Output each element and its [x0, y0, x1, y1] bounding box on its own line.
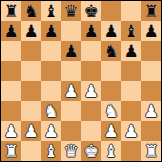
square-a7[interactable]: ♟	[1, 21, 21, 41]
black-pawn: ♟	[41, 21, 61, 41]
black-pawn: ♟	[121, 41, 141, 61]
square-c3[interactable]: ♞	[41, 101, 61, 121]
black-knight: ♞	[21, 1, 41, 21]
white-rook: ♜	[1, 141, 21, 161]
square-a2[interactable]: ♟	[1, 121, 21, 141]
square-a6[interactable]	[1, 41, 21, 61]
square-a5[interactable]	[1, 61, 21, 81]
square-g2[interactable]: ♟	[121, 121, 141, 141]
square-h1[interactable]: ♜	[141, 141, 161, 161]
black-pawn: ♟	[61, 41, 81, 61]
square-h7[interactable]: ♟	[141, 21, 161, 41]
square-f3[interactable]: ♞	[101, 101, 121, 121]
square-e3[interactable]	[81, 101, 101, 121]
square-e2[interactable]	[81, 121, 101, 141]
square-a4[interactable]	[1, 81, 21, 101]
black-rook: ♜	[141, 1, 161, 21]
square-h8[interactable]: ♜	[141, 1, 161, 21]
white-pawn: ♟	[141, 101, 161, 121]
black-pawn: ♟	[81, 21, 101, 41]
square-h4[interactable]	[141, 81, 161, 101]
black-king: ♚	[81, 1, 101, 21]
square-b3[interactable]	[21, 101, 41, 121]
square-c5[interactable]	[41, 61, 61, 81]
square-c7[interactable]: ♟	[41, 21, 61, 41]
square-c8[interactable]: ♝	[41, 1, 61, 21]
black-bishop: ♝	[41, 1, 61, 21]
square-d8[interactable]: ♛	[61, 1, 81, 21]
square-a8[interactable]: ♜	[1, 1, 21, 21]
square-d3[interactable]	[61, 101, 81, 121]
white-pawn: ♟	[1, 121, 21, 141]
square-b4[interactable]	[21, 81, 41, 101]
white-knight: ♞	[41, 101, 61, 121]
white-pawn: ♟	[41, 121, 61, 141]
chess-board-wrap: ♜♞♝♛♚♜♟♟♟♟♟♝♟♟♞♟♟♟♞♞♟♟♟♟♟♟♜♝♛♚♝♜	[0, 0, 162, 162]
square-e7[interactable]: ♟	[81, 21, 101, 41]
square-b6[interactable]	[21, 41, 41, 61]
black-rook: ♜	[1, 1, 21, 21]
black-knight: ♞	[101, 41, 121, 61]
white-knight: ♞	[101, 101, 121, 121]
square-g6[interactable]: ♟	[121, 41, 141, 61]
white-bishop: ♝	[101, 141, 121, 161]
square-f5[interactable]	[101, 61, 121, 81]
white-pawn: ♟	[21, 121, 41, 141]
square-d5[interactable]	[61, 61, 81, 81]
square-a1[interactable]: ♜	[1, 141, 21, 161]
black-pawn: ♟	[1, 21, 21, 41]
white-queen: ♛	[61, 141, 81, 161]
square-f7[interactable]: ♟	[101, 21, 121, 41]
square-h2[interactable]	[141, 121, 161, 141]
square-f6[interactable]: ♞	[101, 41, 121, 61]
square-h5[interactable]	[141, 61, 161, 81]
square-d2[interactable]	[61, 121, 81, 141]
square-b1[interactable]	[21, 141, 41, 161]
square-c4[interactable]	[41, 81, 61, 101]
black-queen: ♛	[61, 1, 81, 21]
white-pawn: ♟	[81, 81, 101, 101]
square-f2[interactable]: ♟	[101, 121, 121, 141]
black-bishop: ♝	[121, 21, 141, 41]
square-h3[interactable]: ♟	[141, 101, 161, 121]
square-d6[interactable]: ♟	[61, 41, 81, 61]
square-h6[interactable]	[141, 41, 161, 61]
black-pawn: ♟	[21, 21, 41, 41]
square-g7[interactable]: ♝	[121, 21, 141, 41]
square-d7[interactable]	[61, 21, 81, 41]
square-e6[interactable]	[81, 41, 101, 61]
square-c2[interactable]: ♟	[41, 121, 61, 141]
white-pawn: ♟	[121, 121, 141, 141]
square-g1[interactable]	[121, 141, 141, 161]
square-f4[interactable]	[101, 81, 121, 101]
square-g5[interactable]	[121, 61, 141, 81]
square-a3[interactable]	[1, 101, 21, 121]
white-pawn: ♟	[61, 81, 81, 101]
square-c6[interactable]	[41, 41, 61, 61]
square-g4[interactable]	[121, 81, 141, 101]
square-b8[interactable]: ♞	[21, 1, 41, 21]
white-bishop: ♝	[41, 141, 61, 161]
white-rook: ♜	[141, 141, 161, 161]
chess-board: ♜♞♝♛♚♜♟♟♟♟♟♝♟♟♞♟♟♟♞♞♟♟♟♟♟♟♜♝♛♚♝♜	[0, 0, 162, 162]
square-e4[interactable]: ♟	[81, 81, 101, 101]
square-e1[interactable]: ♚	[81, 141, 101, 161]
square-g3[interactable]	[121, 101, 141, 121]
square-c1[interactable]: ♝	[41, 141, 61, 161]
square-g8[interactable]	[121, 1, 141, 21]
square-f1[interactable]: ♝	[101, 141, 121, 161]
square-d1[interactable]: ♛	[61, 141, 81, 161]
black-pawn: ♟	[101, 21, 121, 41]
white-pawn: ♟	[101, 121, 121, 141]
square-f8[interactable]	[101, 1, 121, 21]
square-b7[interactable]: ♟	[21, 21, 41, 41]
square-b2[interactable]: ♟	[21, 121, 41, 141]
square-e5[interactable]	[81, 61, 101, 81]
square-e8[interactable]: ♚	[81, 1, 101, 21]
square-d4[interactable]: ♟	[61, 81, 81, 101]
square-b5[interactable]	[21, 61, 41, 81]
white-king: ♚	[81, 141, 101, 161]
black-pawn: ♟	[141, 21, 161, 41]
